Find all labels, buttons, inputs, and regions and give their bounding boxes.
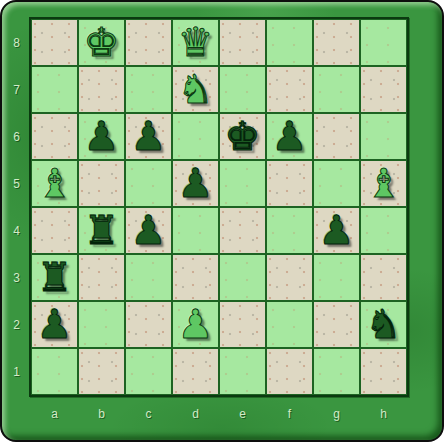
square-e7[interactable] (219, 66, 266, 113)
square-f8[interactable] (266, 19, 313, 66)
piece-black-king[interactable]: ♚ (219, 113, 266, 159)
rank-label-7: 7 (4, 66, 29, 113)
piece-black-pawn[interactable]: ♟ (78, 113, 125, 159)
square-e8[interactable] (219, 19, 266, 66)
square-h1[interactable] (360, 348, 407, 395)
square-g8[interactable] (313, 19, 360, 66)
square-d8[interactable]: ♛ (172, 19, 219, 66)
square-a3[interactable]: ♜ (31, 254, 78, 301)
piece-black-pawn[interactable]: ♟ (125, 113, 172, 159)
piece-black-knight[interactable]: ♞ (360, 301, 407, 347)
rank-label-1: 1 (4, 348, 29, 395)
square-g6[interactable] (313, 113, 360, 160)
rank-label-2: 2 (4, 301, 29, 348)
square-b7[interactable] (78, 66, 125, 113)
file-label-a: a (31, 399, 78, 429)
square-g7[interactable] (313, 66, 360, 113)
square-b6[interactable]: ♟ (78, 113, 125, 160)
square-g1[interactable] (313, 348, 360, 395)
square-a6[interactable] (31, 113, 78, 160)
square-h3[interactable] (360, 254, 407, 301)
square-a2[interactable]: ♟ (31, 301, 78, 348)
chess-board: ♚♛♞♟♟♚♟♝♟♝♜♟♟♜♟♟♞ (29, 17, 409, 397)
square-c7[interactable] (125, 66, 172, 113)
square-d1[interactable] (172, 348, 219, 395)
chess-board-frame: 87654321 ♚♛♞♟♟♚♟♝♟♝♜♟♟♜♟♟♞ abcdefgh (0, 0, 444, 442)
square-f5[interactable] (266, 160, 313, 207)
piece-black-pawn[interactable]: ♟ (172, 160, 219, 206)
square-g3[interactable] (313, 254, 360, 301)
square-b2[interactable] (78, 301, 125, 348)
square-h4[interactable] (360, 207, 407, 254)
square-d2[interactable]: ♟ (172, 301, 219, 348)
square-b8[interactable]: ♚ (78, 19, 125, 66)
file-labels: abcdefgh (31, 399, 407, 429)
piece-black-rook[interactable]: ♜ (78, 207, 125, 253)
square-g2[interactable] (313, 301, 360, 348)
square-b1[interactable] (78, 348, 125, 395)
square-b3[interactable] (78, 254, 125, 301)
square-h5[interactable]: ♝ (360, 160, 407, 207)
square-e2[interactable] (219, 301, 266, 348)
rank-label-5: 5 (4, 160, 29, 207)
piece-black-rook[interactable]: ♜ (31, 254, 78, 300)
rank-labels: 87654321 (4, 19, 29, 395)
piece-black-pawn[interactable]: ♟ (313, 207, 360, 253)
file-label-h: h (360, 399, 407, 429)
square-c6[interactable]: ♟ (125, 113, 172, 160)
square-h7[interactable] (360, 66, 407, 113)
square-a1[interactable] (31, 348, 78, 395)
square-a8[interactable] (31, 19, 78, 66)
square-a5[interactable]: ♝ (31, 160, 78, 207)
piece-black-pawn[interactable]: ♟ (125, 207, 172, 253)
square-f4[interactable] (266, 207, 313, 254)
file-label-d: d (172, 399, 219, 429)
square-e1[interactable] (219, 348, 266, 395)
square-a7[interactable] (31, 66, 78, 113)
rank-label-4: 4 (4, 207, 29, 254)
piece-black-pawn[interactable]: ♟ (31, 301, 78, 347)
square-h2[interactable]: ♞ (360, 301, 407, 348)
square-d6[interactable] (172, 113, 219, 160)
square-f7[interactable] (266, 66, 313, 113)
square-g5[interactable] (313, 160, 360, 207)
file-label-g: g (313, 399, 360, 429)
file-label-e: e (219, 399, 266, 429)
rank-label-6: 6 (4, 113, 29, 160)
square-e6[interactable]: ♚ (219, 113, 266, 160)
square-d7[interactable]: ♞ (172, 66, 219, 113)
square-a4[interactable] (31, 207, 78, 254)
square-c4[interactable]: ♟ (125, 207, 172, 254)
square-h8[interactable] (360, 19, 407, 66)
square-e3[interactable] (219, 254, 266, 301)
rank-label-8: 8 (4, 19, 29, 66)
square-d5[interactable]: ♟ (172, 160, 219, 207)
square-c8[interactable] (125, 19, 172, 66)
piece-white-king[interactable]: ♚ (78, 19, 125, 65)
square-c3[interactable] (125, 254, 172, 301)
piece-white-knight[interactable]: ♞ (172, 66, 219, 112)
square-d3[interactable] (172, 254, 219, 301)
square-d4[interactable] (172, 207, 219, 254)
square-f1[interactable] (266, 348, 313, 395)
piece-white-bishop[interactable]: ♝ (31, 160, 78, 206)
square-h6[interactable] (360, 113, 407, 160)
piece-white-queen[interactable]: ♛ (172, 19, 219, 65)
piece-white-bishop[interactable]: ♝ (360, 160, 407, 206)
square-c1[interactable] (125, 348, 172, 395)
square-f2[interactable] (266, 301, 313, 348)
piece-white-pawn[interactable]: ♟ (172, 301, 219, 347)
square-c5[interactable] (125, 160, 172, 207)
square-c2[interactable] (125, 301, 172, 348)
piece-black-pawn[interactable]: ♟ (266, 113, 313, 159)
square-b5[interactable] (78, 160, 125, 207)
square-b4[interactable]: ♜ (78, 207, 125, 254)
rank-label-3: 3 (4, 254, 29, 301)
square-e4[interactable] (219, 207, 266, 254)
square-e5[interactable] (219, 160, 266, 207)
square-f6[interactable]: ♟ (266, 113, 313, 160)
file-label-b: b (78, 399, 125, 429)
file-label-f: f (266, 399, 313, 429)
file-label-c: c (125, 399, 172, 429)
square-g4[interactable]: ♟ (313, 207, 360, 254)
square-f3[interactable] (266, 254, 313, 301)
